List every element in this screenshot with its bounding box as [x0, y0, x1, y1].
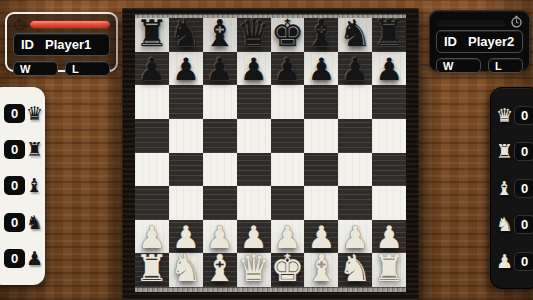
white-bishop-piece: ♝	[305, 250, 338, 287]
white-king-piece: ♚	[271, 250, 304, 287]
black-queen-icon: ♛	[26, 104, 43, 123]
square-h1[interactable]: ♜	[372, 253, 406, 287]
square-e5[interactable]	[271, 119, 305, 153]
square-g7[interactable]: ♟	[338, 52, 372, 86]
player1-wins-box: W	[13, 61, 58, 76]
square-a2[interactable]: ♟	[135, 220, 169, 254]
square-e7[interactable]: ♟	[271, 52, 305, 86]
square-f8[interactable]: ♝	[304, 18, 338, 52]
black-pawn-piece: ♟	[138, 54, 166, 85]
white-rook-piece: ♜	[135, 250, 168, 287]
white-knight-piece: ♞	[169, 250, 202, 287]
white-queen-icon: ♛	[496, 106, 513, 125]
square-g4[interactable]	[338, 153, 372, 187]
black-knight-icon: ♞	[26, 213, 43, 232]
black-pawn-icon: ♟	[26, 249, 43, 268]
black-pawn-piece: ♟	[307, 54, 335, 85]
square-a8[interactable]: ♜	[135, 18, 169, 52]
board-frame: ♜♞♝♛♚♝♞♜♟♟♟♟♟♟♟♟♟♟♟♟♟♟♟♟♜♞♝♛♚♝♞♜	[122, 8, 419, 300]
white-rook-piece: ♜	[372, 250, 405, 287]
black-knight-piece: ♞	[339, 15, 372, 52]
square-g2[interactable]: ♟	[338, 220, 372, 254]
white-pawn-piece: ♟	[172, 222, 200, 253]
black-king-piece: ♚	[271, 15, 304, 52]
square-a4[interactable]	[135, 153, 169, 187]
square-a3[interactable]	[135, 186, 169, 220]
captured-white-queen: ♛0	[496, 106, 533, 125]
player1-losses-box: L	[65, 61, 110, 76]
square-c6[interactable]	[203, 85, 237, 119]
captured-white-pawn: ♟0	[496, 252, 533, 271]
square-d3[interactable]	[237, 186, 271, 220]
player2-losses-label: L	[495, 60, 502, 72]
square-f7[interactable]: ♟	[304, 52, 338, 86]
square-h2[interactable]: ♟	[372, 220, 406, 254]
player2-time-bar	[436, 18, 506, 25]
square-h5[interactable]	[372, 119, 406, 153]
white-pawn-piece: ♟	[138, 222, 166, 253]
square-a5[interactable]	[135, 119, 169, 153]
captured-black-tray: 0♛0♜0♝0♞0♟	[0, 87, 45, 285]
black-bishop-icon: ♝	[26, 176, 43, 195]
black-pawn-piece: ♟	[274, 54, 302, 85]
capture-count: 0	[4, 140, 25, 159]
square-g1[interactable]: ♞	[338, 253, 372, 287]
square-b4[interactable]	[169, 153, 203, 187]
black-pawn-piece: ♟	[341, 54, 369, 85]
square-b1[interactable]: ♞	[169, 253, 203, 287]
square-e6[interactable]	[271, 85, 305, 119]
square-d4[interactable]	[237, 153, 271, 187]
player1-wins-label: W	[20, 63, 30, 75]
player1-name: Player1	[45, 37, 91, 52]
square-d5[interactable]	[237, 119, 271, 153]
square-c8[interactable]: ♝	[203, 18, 237, 52]
capture-count: 0	[4, 213, 25, 232]
white-pawn-piece: ♟	[274, 222, 302, 253]
white-knight-piece: ♞	[339, 250, 372, 287]
square-g5[interactable]	[338, 119, 372, 153]
player2-id-label: ID	[444, 34, 457, 49]
square-b3[interactable]	[169, 186, 203, 220]
square-e4[interactable]	[271, 153, 305, 187]
player2-timer-row	[436, 16, 523, 26]
player2-wins-box: W	[436, 58, 481, 73]
player1-timer-row	[13, 19, 110, 29]
square-g3[interactable]	[338, 186, 372, 220]
square-c1[interactable]: ♝	[203, 253, 237, 287]
black-rook-piece: ♜	[372, 15, 405, 52]
white-rook-icon: ♜	[496, 142, 513, 161]
square-b2[interactable]: ♟	[169, 220, 203, 254]
player1-time-bar	[30, 21, 110, 28]
square-a1[interactable]: ♜	[135, 253, 169, 287]
black-pawn-piece: ♟	[206, 54, 234, 85]
captured-black-queen: 0♛	[4, 104, 45, 123]
square-g8[interactable]: ♞	[338, 18, 372, 52]
square-e1[interactable]: ♚	[271, 253, 305, 287]
capture-count: 0	[514, 106, 533, 125]
square-c2[interactable]: ♟	[203, 220, 237, 254]
square-b6[interactable]	[169, 85, 203, 119]
black-pawn-piece: ♟	[172, 54, 200, 85]
white-pawn-piece: ♟	[240, 222, 268, 253]
square-e8[interactable]: ♚	[271, 18, 305, 52]
black-rook-piece: ♜	[135, 15, 168, 52]
black-bishop-piece: ♝	[305, 15, 338, 52]
white-pawn-piece: ♟	[206, 222, 234, 253]
square-e2[interactable]: ♟	[271, 220, 305, 254]
square-f6[interactable]	[304, 85, 338, 119]
square-a6[interactable]	[135, 85, 169, 119]
square-b7[interactable]: ♟	[169, 52, 203, 86]
player2-wins-label: W	[443, 60, 453, 72]
capture-count: 0	[4, 104, 25, 123]
black-queen-piece: ♛	[237, 15, 270, 52]
stopwatch-icon	[510, 15, 523, 28]
black-pawn-piece: ♟	[375, 54, 403, 85]
square-d8[interactable]: ♛	[237, 18, 271, 52]
square-f3[interactable]	[304, 186, 338, 220]
square-h7[interactable]: ♟	[372, 52, 406, 86]
square-h4[interactable]	[372, 153, 406, 187]
square-f1[interactable]: ♝	[304, 253, 338, 287]
captured-black-rook: 0♜	[4, 140, 45, 159]
square-b8[interactable]: ♞	[169, 18, 203, 52]
square-h8[interactable]: ♜	[372, 18, 406, 52]
white-pawn-piece: ♟	[307, 222, 335, 253]
black-knight-piece: ♞	[169, 15, 202, 52]
captured-white-knight: ♞0	[496, 215, 533, 234]
square-e3[interactable]	[271, 186, 305, 220]
black-bishop-piece: ♝	[203, 15, 236, 52]
player1-panel: ID Player1 W L	[5, 12, 118, 72]
white-pawn-piece: ♟	[375, 222, 403, 253]
square-d6[interactable]	[237, 85, 271, 119]
capture-count: 0	[4, 249, 25, 268]
capture-count: 0	[514, 142, 533, 161]
black-rook-icon: ♜	[26, 140, 43, 159]
square-h3[interactable]	[372, 186, 406, 220]
board-bottom-edge	[135, 287, 406, 292]
square-f5[interactable]	[304, 119, 338, 153]
player2-name: Player2	[468, 34, 514, 49]
square-f2[interactable]: ♟	[304, 220, 338, 254]
white-pawn-icon: ♟	[496, 252, 513, 271]
captured-black-pawn: 0♟	[4, 249, 45, 268]
capture-count: 0	[514, 215, 533, 234]
captured-black-knight: 0♞	[4, 213, 45, 232]
capture-count: 0	[514, 252, 533, 271]
black-pawn-piece: ♟	[240, 54, 268, 85]
captured-white-tray: ♛0♜0♝0♞0♟0	[490, 87, 533, 289]
player2-id-box: ID Player2	[436, 30, 523, 53]
square-d7[interactable]: ♟	[237, 52, 271, 86]
square-b5[interactable]	[169, 119, 203, 153]
captured-white-rook: ♜0	[496, 142, 533, 161]
white-bishop-icon: ♝	[496, 179, 513, 198]
square-g6[interactable]	[338, 85, 372, 119]
white-knight-icon: ♞	[496, 215, 513, 234]
white-queen-piece: ♛	[237, 250, 270, 287]
stopwatch-icon	[13, 18, 26, 31]
player1-id-box: ID Player1	[13, 33, 110, 56]
square-d1[interactable]: ♛	[237, 253, 271, 287]
capture-count: 0	[4, 176, 25, 195]
square-h6[interactable]	[372, 85, 406, 119]
chess-board[interactable]: ♜♞♝♛♚♝♞♜♟♟♟♟♟♟♟♟♟♟♟♟♟♟♟♟♜♞♝♛♚♝♞♜	[135, 18, 406, 287]
square-f4[interactable]	[304, 153, 338, 187]
capture-count: 0	[514, 179, 533, 198]
square-d2[interactable]: ♟	[237, 220, 271, 254]
square-a7[interactable]: ♟	[135, 52, 169, 86]
white-bishop-piece: ♝	[203, 250, 236, 287]
square-c4[interactable]	[203, 153, 237, 187]
captured-white-bishop: ♝0	[496, 179, 533, 198]
square-c5[interactable]	[203, 119, 237, 153]
player1-id-label: ID	[21, 37, 34, 52]
white-pawn-piece: ♟	[341, 222, 369, 253]
player1-time-remaining	[30, 21, 110, 28]
square-c3[interactable]	[203, 186, 237, 220]
player2-losses-box: L	[488, 58, 523, 73]
square-c7[interactable]: ♟	[203, 52, 237, 86]
player1-losses-label: L	[72, 63, 79, 75]
captured-black-bishop: 0♝	[4, 176, 45, 195]
player2-panel: ID Player2 W L	[429, 10, 530, 72]
